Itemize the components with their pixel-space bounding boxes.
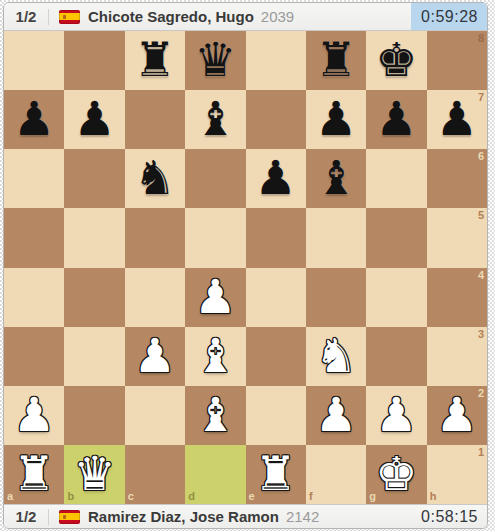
square-h4[interactable]: 4 [427, 268, 487, 327]
square-b2[interactable] [64, 386, 124, 445]
top-player-rating: 2039 [261, 8, 294, 25]
square-d8[interactable]: ♛ [185, 31, 245, 90]
square-b6[interactable] [64, 149, 124, 208]
square-e6[interactable]: ♟ [246, 149, 306, 208]
piece-black-r[interactable]: ♜ [134, 36, 176, 83]
square-g6[interactable] [366, 149, 426, 208]
square-g5[interactable] [366, 208, 426, 267]
flag-emblem [63, 15, 66, 19]
file-label-b: b [67, 491, 74, 502]
piece-black-r[interactable]: ♜ [315, 36, 357, 83]
square-c2[interactable] [125, 386, 185, 445]
square-f2[interactable]: ♟ [306, 386, 366, 445]
square-h2[interactable]: ♟2 [427, 386, 487, 445]
square-a8[interactable] [4, 31, 64, 90]
square-h1[interactable]: h1 [427, 445, 487, 504]
piece-black-p[interactable]: ♟ [375, 95, 417, 142]
square-a4[interactable] [4, 268, 64, 327]
square-c7[interactable] [125, 90, 185, 149]
app-window: 1/2 Chicote Sagredo, Hugo 2039 0:59:28 ♜… [0, 0, 495, 531]
bottom-player-name: Ramirez Diaz, Jose Ramon [88, 508, 279, 525]
top-player-score: 1/2 [4, 8, 48, 25]
file-label-e: e [249, 491, 255, 502]
rank-label-8: 8 [478, 33, 484, 44]
square-e4[interactable] [246, 268, 306, 327]
bottom-player-bar: 1/2 Ramirez Diaz, Jose Ramon 2142 0:58:1… [4, 504, 487, 528]
square-h6[interactable]: 6 [427, 149, 487, 208]
spain-flag [59, 10, 80, 24]
piece-black-p[interactable]: ♟ [73, 95, 115, 142]
square-h7[interactable]: ♟7 [427, 90, 487, 149]
piece-white-r[interactable]: ♜ [255, 450, 297, 497]
rank-label-6: 6 [478, 151, 484, 162]
file-label-f: f [309, 491, 313, 502]
square-d6[interactable] [185, 149, 245, 208]
square-b4[interactable] [64, 268, 124, 327]
piece-white-p[interactable]: ♟ [375, 391, 417, 438]
square-g3[interactable] [366, 327, 426, 386]
piece-white-r[interactable]: ♜ [13, 450, 55, 497]
square-d1[interactable]: d [185, 445, 245, 504]
square-a3[interactable] [4, 327, 64, 386]
piece-white-p[interactable]: ♟ [13, 391, 55, 438]
piece-black-p[interactable]: ♟ [13, 95, 55, 142]
square-e1[interactable]: ♜e [246, 445, 306, 504]
square-b8[interactable] [64, 31, 124, 90]
piece-black-b[interactable]: ♝ [315, 154, 357, 201]
square-h3[interactable]: 3 [427, 327, 487, 386]
square-d2[interactable]: ♝ [185, 386, 245, 445]
spain-flag [59, 510, 80, 524]
piece-white-p[interactable]: ♟ [315, 391, 357, 438]
square-d3[interactable]: ♝ [185, 327, 245, 386]
square-e5[interactable] [246, 208, 306, 267]
rank-label-2: 2 [478, 388, 484, 399]
rank-label-7: 7 [478, 92, 484, 103]
square-h8[interactable]: 8 [427, 31, 487, 90]
top-player-name: Chicote Sagredo, Hugo [88, 8, 254, 25]
piece-black-k[interactable]: ♚ [375, 36, 417, 83]
square-f4[interactable] [306, 268, 366, 327]
square-c1[interactable]: c [125, 445, 185, 504]
top-player-clock: 0:59:28 [411, 3, 487, 30]
square-c8[interactable]: ♜ [125, 31, 185, 90]
piece-black-p[interactable]: ♟ [436, 95, 478, 142]
square-c3[interactable]: ♟ [125, 327, 185, 386]
square-d7[interactable]: ♝ [185, 90, 245, 149]
square-e2[interactable] [246, 386, 306, 445]
square-b7[interactable]: ♟ [64, 90, 124, 149]
rank-label-4: 4 [478, 270, 484, 281]
square-f6[interactable]: ♝ [306, 149, 366, 208]
piece-white-p[interactable]: ♟ [436, 391, 478, 438]
flag-emblem [63, 515, 66, 519]
piece-black-b[interactable]: ♝ [194, 95, 236, 142]
piece-white-q[interactable]: ♛ [73, 450, 115, 497]
square-e8[interactable] [246, 31, 306, 90]
square-a6[interactable] [4, 149, 64, 208]
piece-black-p[interactable]: ♟ [255, 154, 297, 201]
file-label-a: a [7, 491, 13, 502]
square-a2[interactable]: ♟ [4, 386, 64, 445]
file-label-c: c [128, 491, 134, 502]
square-a1[interactable]: ♜a [4, 445, 64, 504]
square-a7[interactable]: ♟ [4, 90, 64, 149]
square-a5[interactable] [4, 208, 64, 267]
piece-white-p[interactable]: ♟ [194, 273, 236, 320]
square-f8[interactable]: ♜ [306, 31, 366, 90]
square-c4[interactable] [125, 268, 185, 327]
square-f7[interactable]: ♟ [306, 90, 366, 149]
bottom-player-clock: 0:58:15 [411, 505, 487, 528]
bottom-player-rating: 2142 [286, 508, 319, 525]
square-f1[interactable]: f [306, 445, 366, 504]
square-e7[interactable] [246, 90, 306, 149]
file-label-h: h [430, 491, 437, 502]
rank-label-3: 3 [478, 329, 484, 340]
chess-app: 1/2 Chicote Sagredo, Hugo 2039 0:59:28 ♜… [3, 2, 488, 529]
piece-black-q[interactable]: ♛ [194, 36, 236, 83]
square-g4[interactable] [366, 268, 426, 327]
piece-white-n[interactable]: ♞ [315, 332, 357, 379]
rank-label-1: 1 [478, 447, 484, 458]
piece-white-b[interactable]: ♝ [194, 391, 236, 438]
piece-black-n[interactable]: ♞ [134, 154, 176, 201]
piece-white-b[interactable]: ♝ [194, 332, 236, 379]
square-d4[interactable]: ♟ [185, 268, 245, 327]
separator [48, 9, 49, 25]
square-f5[interactable] [306, 208, 366, 267]
square-h5[interactable]: 5 [427, 208, 487, 267]
square-b5[interactable] [64, 208, 124, 267]
piece-black-p[interactable]: ♟ [315, 95, 357, 142]
square-g1[interactable]: ♚g [366, 445, 426, 504]
piece-white-p[interactable]: ♟ [134, 332, 176, 379]
square-c6[interactable]: ♞ [125, 149, 185, 208]
square-e3[interactable] [246, 327, 306, 386]
chess-board[interactable]: ♜♛♜♚8♟♟♝♟♟♟7♞♟♝65♟4♟♝♞3♟♝♟♟♟2♜a♛bcd♜ef♚g… [4, 31, 487, 504]
square-g8[interactable]: ♚ [366, 31, 426, 90]
top-player-bar: 1/2 Chicote Sagredo, Hugo 2039 0:59:28 [4, 3, 487, 31]
square-c5[interactable] [125, 208, 185, 267]
piece-white-k[interactable]: ♚ [375, 450, 417, 497]
square-g2[interactable]: ♟ [366, 386, 426, 445]
rank-label-5: 5 [478, 210, 484, 221]
file-label-d: d [188, 491, 195, 502]
square-b1[interactable]: ♛b [64, 445, 124, 504]
separator [48, 509, 49, 525]
square-b3[interactable] [64, 327, 124, 386]
square-d5[interactable] [185, 208, 245, 267]
square-g7[interactable]: ♟ [366, 90, 426, 149]
file-label-g: g [369, 491, 376, 502]
bottom-player-score: 1/2 [4, 508, 48, 525]
square-f3[interactable]: ♞ [306, 327, 366, 386]
